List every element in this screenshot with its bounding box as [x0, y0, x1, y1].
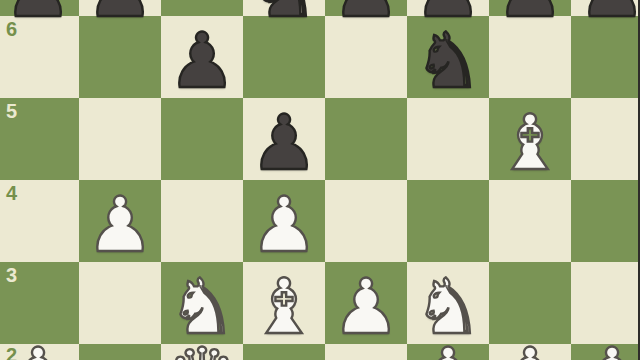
square-e4[interactable] — [325, 180, 407, 262]
piece-white-queen-c2[interactable]: ♛ — [161, 335, 243, 360]
piece-white-pawn-d4[interactable]: ♟ — [243, 184, 325, 266]
square-f4[interactable] — [407, 180, 489, 262]
square-b3[interactable] — [79, 262, 161, 344]
piece-white-pawn-b4[interactable]: ♟ — [79, 184, 161, 266]
piece-white-pawn-e3[interactable]: ♟ — [325, 266, 407, 348]
rank-label-3: 3 — [6, 265, 17, 285]
square-h4[interactable] — [571, 180, 640, 262]
square-h5[interactable] — [571, 98, 640, 180]
square-e5[interactable] — [325, 98, 407, 180]
piece-black-pawn-b7[interactable]: ♟ — [79, 0, 161, 31]
piece-black-pawn-d5[interactable]: ♟ — [243, 102, 325, 184]
rank-label-2: 2 — [6, 345, 17, 360]
piece-black-pawn-c6[interactable]: ♟ — [161, 20, 243, 102]
square-c5[interactable] — [161, 98, 243, 180]
piece-black-knight-d7[interactable]: ♞ — [243, 0, 325, 31]
square-c4[interactable] — [161, 180, 243, 262]
piece-white-pawn-f2[interactable]: ♟ — [407, 335, 489, 360]
piece-white-pawn-h2[interactable]: ♟ — [571, 335, 640, 360]
piece-black-pawn-e7[interactable]: ♟ — [325, 0, 407, 31]
chess-board: ♟♟♞♟♟♟♟♟♞♟♝♟♟♞♝♟♞♟♛♟♟♟ — [0, 0, 640, 360]
rank-label-5: 5 — [6, 101, 17, 121]
piece-white-pawn-g2[interactable]: ♟ — [489, 335, 571, 360]
square-g4[interactable] — [489, 180, 571, 262]
square-c7[interactable] — [161, 0, 243, 16]
square-f5[interactable] — [407, 98, 489, 180]
piece-white-bishop-g5[interactable]: ♝ — [489, 102, 571, 184]
piece-black-knight-f6[interactable]: ♞ — [407, 20, 489, 102]
rank-label-4: 4 — [6, 183, 17, 203]
piece-white-bishop-d3[interactable]: ♝ — [243, 266, 325, 348]
square-b2[interactable] — [79, 344, 161, 360]
piece-black-pawn-h7[interactable]: ♟ — [571, 0, 640, 31]
rank-label-6: 6 — [6, 19, 17, 39]
piece-black-pawn-g7[interactable]: ♟ — [489, 0, 571, 31]
square-b5[interactable] — [79, 98, 161, 180]
chessboard-viewport: ♟♟♞♟♟♟♟♟♞♟♝♟♟♞♝♟♞♟♛♟♟♟ 6 5 4 3 2 — [0, 0, 640, 360]
